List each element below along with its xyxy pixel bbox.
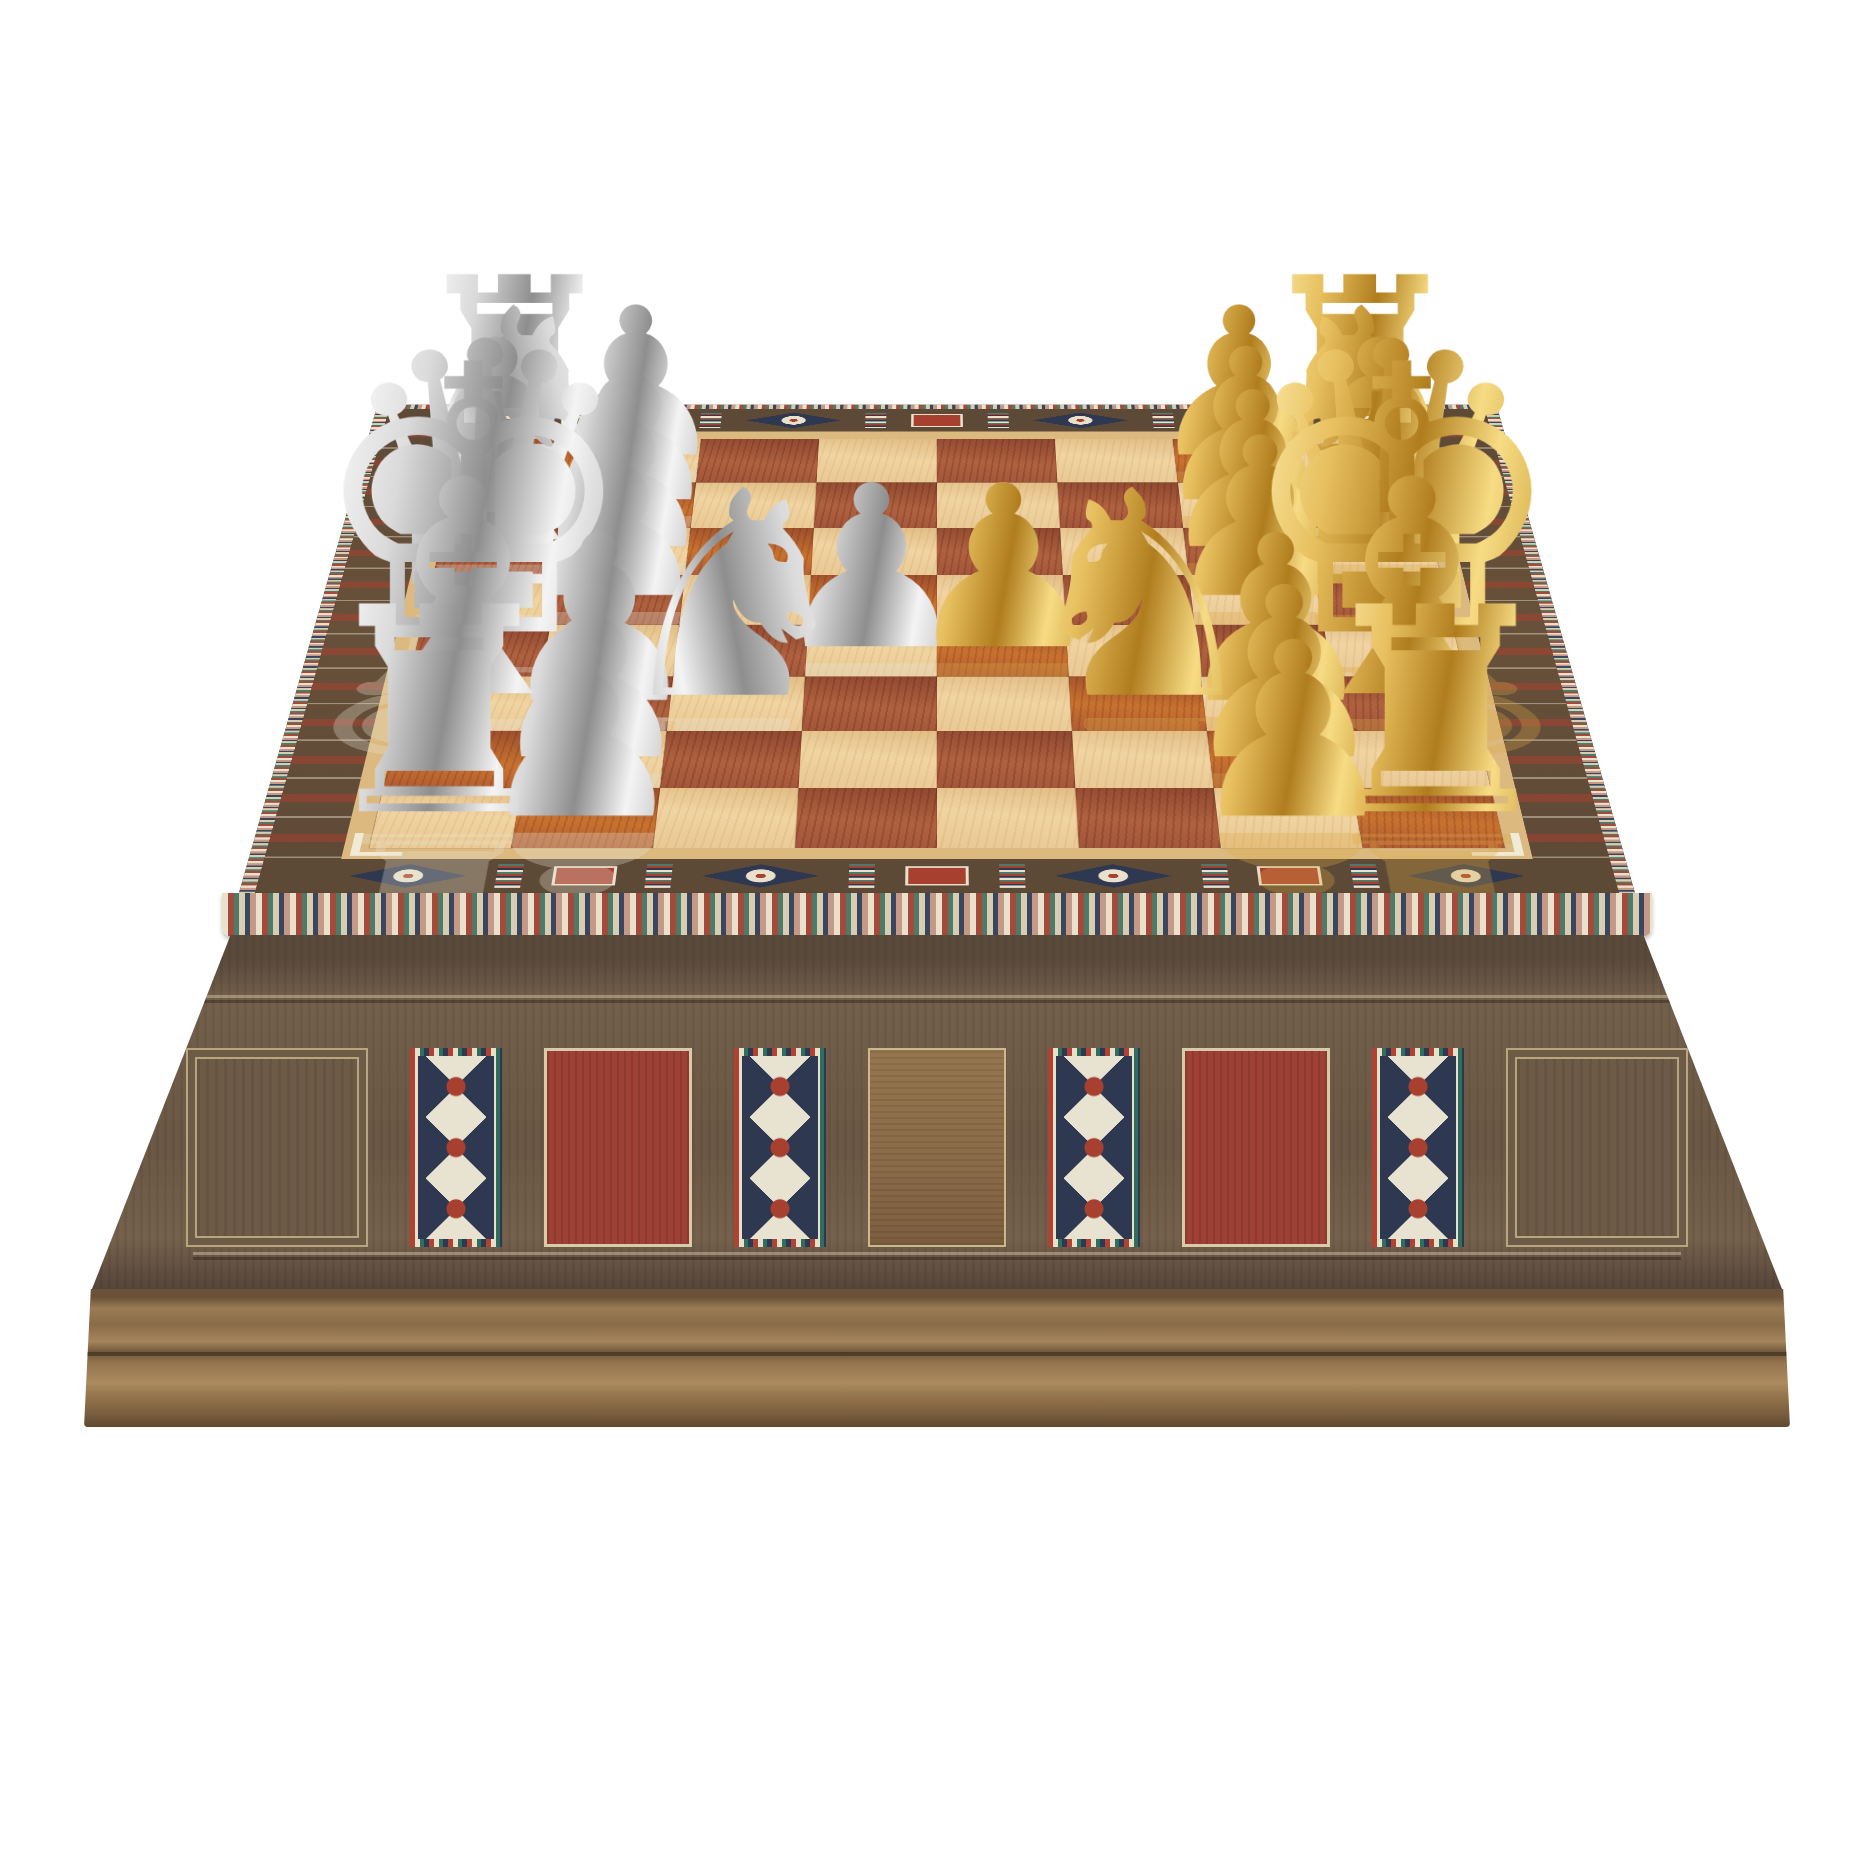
diamond-star-inlay-icon (701, 864, 820, 887)
star-inlay-icon (391, 869, 424, 882)
diamond-star-inlay-icon (1318, 413, 1416, 429)
square-h1: ♜♜ (369, 788, 522, 848)
red-inlay-tile (905, 866, 969, 885)
red-panel (1182, 1048, 1330, 1246)
board-grid: ♜♜♟♟♟♟♜♜♞♞♟♟♟♟♞♞♝♝♟♟♟♟♝♝♛♛♟♟♟♟♛♛♚♚♟♟♟♟♚♚… (369, 439, 1505, 848)
mosaic-border-near (315, 859, 1559, 893)
mosaic-star-panel (734, 1048, 826, 1246)
mosaic-star-panel (1048, 1048, 1140, 1246)
plain-panel (1506, 1048, 1688, 1246)
pinstripe-groove (193, 995, 1680, 998)
diamond-star-inlay-icon (1405, 864, 1527, 887)
red-inlay-tile (551, 866, 617, 885)
star-inlay-icon (1450, 869, 1483, 882)
inlay-panel-row (92, 1048, 1782, 1246)
diamond-star-inlay-icon (457, 413, 555, 429)
square-h8: ♜♜ (1352, 788, 1505, 848)
diamond-star-inlay-icon (347, 864, 469, 887)
star-inlay-icon (1068, 416, 1093, 425)
pinstripe-groove (193, 1252, 1680, 1255)
striped-inlay-tile (999, 864, 1025, 887)
mosaic-border-far (432, 409, 1443, 431)
striped-inlay-tile (699, 413, 722, 429)
square-g5 (937, 731, 1075, 788)
red-panel (544, 1048, 692, 1246)
striped-inlay-tile (645, 864, 673, 887)
chess-board-top: ♜♜♟♟♟♟♜♜♞♞♟♟♟♟♞♞♝♝♟♟♟♟♝♝♛♛♟♟♟♟♛♛♚♚♟♟♟♟♚♚… (237, 405, 1637, 900)
star-inlay-icon (1354, 416, 1380, 425)
striped-inlay-tile (1350, 864, 1380, 887)
plinth-base (84, 1289, 1790, 1427)
striped-inlay-tile (1273, 413, 1297, 429)
square-h4 (795, 788, 937, 848)
striped-inlay-tile (1201, 864, 1229, 887)
striped-inlay-tile (577, 413, 601, 429)
mosaic-star-panel (1372, 1048, 1464, 1246)
striped-top-edge (222, 893, 1652, 937)
diamond-star-inlay-icon (1054, 864, 1173, 887)
striped-inlay-tile (987, 413, 1008, 429)
diamond-star-inlay-icon (1033, 413, 1129, 429)
square-g4 (799, 731, 937, 788)
red-inlay-tile (1197, 414, 1250, 427)
plain-panel (186, 1048, 368, 1246)
striped-inlay-tile (494, 864, 524, 887)
diamond-star-inlay-icon (745, 413, 841, 429)
star-inlay-icon (781, 416, 806, 425)
star-inlay-icon (745, 869, 776, 882)
star-inlay-icon (1098, 869, 1129, 882)
box-front-face (92, 935, 1782, 1289)
star-inlay-icon (493, 416, 519, 425)
red-inlay-tile (1257, 866, 1323, 885)
red-inlay-tile (623, 414, 676, 427)
striped-inlay-tile (1152, 413, 1175, 429)
striped-inlay-tile (865, 413, 886, 429)
red-inlay-tile (911, 414, 963, 427)
striped-inlay-tile (849, 864, 875, 887)
square-h5 (937, 788, 1079, 848)
wood-panel (868, 1048, 1006, 1246)
chess-set-product-photo: ♜♜♟♟♟♟♜♜♞♞♟♟♟♟♞♞♝♝♟♟♟♟♝♝♛♛♟♟♟♟♛♛♚♚♟♟♟♟♚♚… (0, 0, 1875, 1875)
mosaic-star-panel (410, 1048, 502, 1246)
